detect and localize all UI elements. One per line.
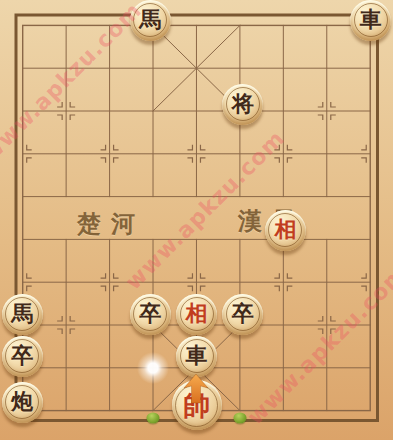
piece-glyph: 帥 xyxy=(183,392,210,419)
piece-glyph: 相 xyxy=(274,219,296,241)
legal-move-dot-1[interactable] xyxy=(147,412,160,423)
piece-glyph: 馬 xyxy=(139,9,161,31)
piece-red-general[interactable]: 帥 xyxy=(172,380,222,430)
legal-move-dot-2[interactable] xyxy=(233,412,246,423)
piece-black-pawn-2[interactable]: 卒 xyxy=(222,294,263,335)
piece-red-elephant-2[interactable]: 相 xyxy=(176,294,217,335)
piece-glyph: 卒 xyxy=(11,345,33,367)
piece-black-chariot-2[interactable]: 車 xyxy=(176,336,217,377)
piece-red-elephant-1[interactable]: 相 xyxy=(265,210,306,251)
piece-glyph: 炮 xyxy=(11,391,33,413)
piece-black-horse-2[interactable]: 馬 xyxy=(2,294,43,335)
piece-glyph: 卒 xyxy=(232,303,254,325)
piece-glyph: 将 xyxy=(232,93,254,115)
piece-glyph: 車 xyxy=(360,9,382,31)
pieces-layer: 馬車将相馬卒相卒卒車炮帥 xyxy=(1,4,392,432)
piece-glyph: 卒 xyxy=(139,303,161,325)
piece-glyph: 相 xyxy=(186,303,208,325)
piece-black-cannon[interactable]: 炮 xyxy=(2,382,43,423)
piece-black-pawn-1[interactable]: 卒 xyxy=(130,294,171,335)
xiangqi-board: 楚河 漢界 馬車将相馬卒相卒卒車炮帥 www.apkzu.comwww.apkz… xyxy=(0,0,393,440)
piece-black-horse-1[interactable]: 馬 xyxy=(130,0,171,41)
piece-black-pawn-3[interactable]: 卒 xyxy=(2,336,43,377)
piece-glyph: 馬 xyxy=(11,303,33,325)
piece-black-general[interactable]: 将 xyxy=(222,84,263,125)
piece-glyph: 車 xyxy=(186,345,208,367)
piece-black-chariot-1[interactable]: 車 xyxy=(350,0,391,41)
